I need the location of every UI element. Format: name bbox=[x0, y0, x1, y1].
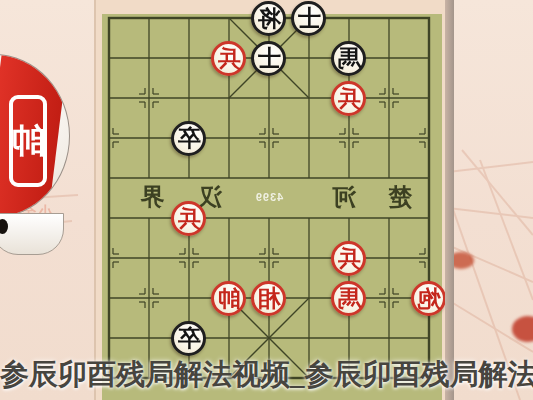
mirrored-board-content: 楚河 汉界 4399 士将馬士兵兵卒兵兵炮馬相帥卒 bbox=[102, 14, 442, 400]
mascot-piece-character: 帥 bbox=[0, 54, 70, 218]
piece-red-相[interactable]: 相 bbox=[252, 281, 287, 316]
piece-red-兵[interactable]: 兵 bbox=[172, 201, 207, 236]
river-watermark: 4399 bbox=[241, 191, 297, 203]
scene: 小金米 楚河 汉界 4399 士将馬士兵兵卒兵兵炮馬相帥卒 帥 参辰卯酉残局解法… bbox=[0, 0, 533, 400]
piece-red-兵[interactable]: 兵 bbox=[212, 41, 247, 76]
piece-black-卒[interactable]: 卒 bbox=[172, 321, 207, 356]
piece-red-兵[interactable]: 兵 bbox=[332, 241, 367, 276]
mascot-glyph-frame: 帥 bbox=[9, 95, 47, 187]
river-label-right: 汉界 bbox=[106, 183, 222, 211]
xiangqi-board-panel: 楚河 汉界 4399 士将馬士兵兵卒兵兵炮馬相帥卒 bbox=[94, 0, 454, 400]
piece-black-将[interactable]: 将 bbox=[252, 1, 287, 36]
page-title: 参辰卯酉残局解法视频_参辰卯酉残局解法 bbox=[0, 355, 533, 395]
piece-red-炮[interactable]: 炮 bbox=[412, 281, 447, 316]
piece-red-兵[interactable]: 兵 bbox=[332, 81, 367, 116]
piece-red-帥[interactable]: 帥 bbox=[212, 281, 247, 316]
piece-black-士[interactable]: 士 bbox=[292, 1, 327, 36]
mascot-glyph: 帥 bbox=[11, 118, 45, 164]
piece-black-士[interactable]: 士 bbox=[252, 41, 287, 76]
piece-black-卒[interactable]: 卒 bbox=[172, 121, 207, 156]
river-label-left: 楚河 bbox=[300, 183, 412, 211]
mascot-cap: 帥 bbox=[0, 54, 70, 218]
mascot-stem bbox=[0, 213, 64, 255]
board-field[interactable]: 楚河 汉界 4399 士将馬士兵兵卒兵兵炮馬相帥卒 bbox=[102, 14, 442, 400]
piece-black-馬[interactable]: 馬 bbox=[332, 41, 367, 76]
piece-red-馬[interactable]: 馬 bbox=[332, 281, 367, 316]
